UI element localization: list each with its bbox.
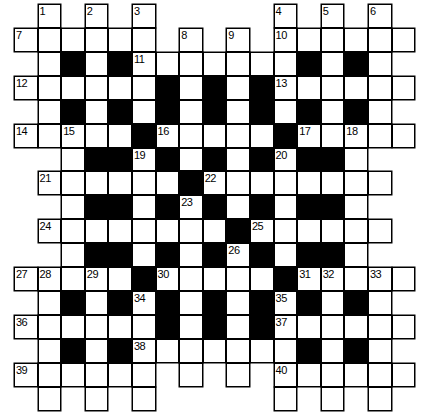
outside-area xyxy=(392,4,416,28)
letter-square-r4c7[interactable] xyxy=(179,100,203,124)
letter-square-r16c5[interactable] xyxy=(132,387,156,411)
black-square-r4c10 xyxy=(250,100,274,124)
letter-square-r12c9[interactable] xyxy=(226,291,250,315)
outside-area xyxy=(179,387,203,411)
clue-number-16: 16 xyxy=(158,125,169,138)
letter-square-r2c13[interactable] xyxy=(321,52,345,76)
letter-square-r15c1[interactable] xyxy=(38,363,62,387)
letter-square-r13c3[interactable] xyxy=(85,315,109,339)
clue-number-14: 14 xyxy=(16,125,27,138)
letter-square-r3c15[interactable] xyxy=(368,76,392,100)
letter-square-r2c6[interactable] xyxy=(156,52,180,76)
outside-area xyxy=(156,387,180,411)
black-square-r2c4 xyxy=(108,52,132,76)
black-square-r6c4 xyxy=(108,148,132,172)
letter-square-r9c1[interactable]: 24 xyxy=(38,219,62,243)
letter-square-r4c3[interactable] xyxy=(85,100,109,124)
letter-square-r9c8[interactable] xyxy=(203,219,227,243)
letter-square-r3c1[interactable] xyxy=(38,76,62,100)
letter-square-r4c5[interactable] xyxy=(132,100,156,124)
letter-square-r14c9[interactable] xyxy=(226,339,250,363)
clue-number-8: 8 xyxy=(181,29,187,42)
letter-square-r13c16[interactable] xyxy=(392,315,416,339)
letter-square-r1c13[interactable] xyxy=(321,28,345,52)
outside-area xyxy=(61,4,85,28)
letter-square-r7c15[interactable] xyxy=(368,171,392,195)
black-square-r12c2 xyxy=(61,291,85,315)
letter-square-r16c3[interactable] xyxy=(85,387,109,411)
outside-area xyxy=(38,243,62,267)
letter-square-r9c4[interactable] xyxy=(108,219,132,243)
clue-number-40: 40 xyxy=(276,364,287,377)
outside-area xyxy=(156,4,180,28)
letter-square-r5c4[interactable] xyxy=(108,124,132,148)
letter-square-r2c8[interactable] xyxy=(203,52,227,76)
letter-square-r12c15[interactable] xyxy=(368,291,392,315)
outside-area xyxy=(250,363,274,387)
outside-area xyxy=(14,243,38,267)
letter-square-r10c14[interactable] xyxy=(344,243,368,267)
outside-area xyxy=(14,219,38,243)
letter-square-r2c11[interactable] xyxy=(274,52,298,76)
clue-number-3: 3 xyxy=(134,5,140,18)
letter-square-r9c11[interactable] xyxy=(274,219,298,243)
black-square-r12c10 xyxy=(250,291,274,315)
clue-number-25: 25 xyxy=(252,220,263,233)
outside-area xyxy=(226,387,250,411)
letter-square-r7c5[interactable] xyxy=(132,171,156,195)
letter-square-r5c7[interactable] xyxy=(179,124,203,148)
letter-square-r13c5[interactable] xyxy=(132,315,156,339)
letter-square-r1c2[interactable] xyxy=(61,28,85,52)
letter-square-r14c6[interactable] xyxy=(156,339,180,363)
letter-square-r4c13[interactable] xyxy=(321,100,345,124)
letter-square-r0c1[interactable]: 1 xyxy=(38,4,62,28)
letter-square-r4c11[interactable] xyxy=(274,100,298,124)
black-square-r6c10 xyxy=(250,148,274,172)
clue-number-39: 39 xyxy=(16,364,27,377)
letter-square-r11c0[interactable]: 27 xyxy=(14,267,38,291)
letter-square-r15c12[interactable] xyxy=(297,363,321,387)
letter-square-r6c5[interactable]: 19 xyxy=(132,148,156,172)
letter-square-r13c12[interactable] xyxy=(297,315,321,339)
clue-number-37: 37 xyxy=(276,316,287,329)
letter-square-r15c3[interactable] xyxy=(85,363,109,387)
letter-square-r10c2[interactable] xyxy=(61,243,85,267)
letter-square-r8c7[interactable]: 23 xyxy=(179,195,203,219)
letter-square-r15c5[interactable] xyxy=(132,363,156,387)
letter-square-r5c16[interactable] xyxy=(392,124,416,148)
clue-number-4: 4 xyxy=(276,5,282,18)
letter-square-r13c2[interactable] xyxy=(61,315,85,339)
letter-square-r1c9[interactable]: 9 xyxy=(226,28,250,52)
letter-square-r0c15[interactable]: 6 xyxy=(368,4,392,28)
letter-square-r12c11[interactable]: 35 xyxy=(274,291,298,315)
black-square-r10c12 xyxy=(297,243,321,267)
letter-square-r1c0[interactable]: 7 xyxy=(14,28,38,52)
letter-square-r11c2[interactable] xyxy=(61,267,85,291)
letter-square-r1c15[interactable] xyxy=(368,28,392,52)
letter-square-r9c14[interactable] xyxy=(344,219,368,243)
letter-square-r15c13[interactable] xyxy=(321,363,345,387)
black-square-r13c8 xyxy=(203,315,227,339)
letter-square-r16c15[interactable] xyxy=(368,387,392,411)
outside-area xyxy=(203,387,227,411)
black-square-r4c12 xyxy=(297,100,321,124)
letter-square-r10c7[interactable] xyxy=(179,243,203,267)
letter-square-r7c14[interactable] xyxy=(344,171,368,195)
clue-number-21: 21 xyxy=(40,172,51,185)
letter-square-r9c10[interactable]: 25 xyxy=(250,219,274,243)
clue-number-24: 24 xyxy=(40,220,51,233)
outside-area xyxy=(226,4,250,28)
letter-square-r15c16[interactable] xyxy=(392,363,416,387)
black-square-r3c6 xyxy=(156,76,180,100)
letter-square-r13c7[interactable] xyxy=(179,315,203,339)
black-square-r11c5 xyxy=(132,267,156,291)
letter-square-r11c10[interactable] xyxy=(250,267,274,291)
letter-square-r4c1[interactable] xyxy=(38,100,62,124)
clue-number-15: 15 xyxy=(63,125,74,138)
letter-square-r11c15[interactable]: 33 xyxy=(368,267,392,291)
letter-square-r12c13[interactable] xyxy=(321,291,345,315)
letter-square-r5c10[interactable] xyxy=(250,124,274,148)
letter-square-r14c7[interactable] xyxy=(179,339,203,363)
letter-square-r8c2[interactable] xyxy=(61,195,85,219)
black-square-r8c4 xyxy=(108,195,132,219)
letter-square-r14c10[interactable] xyxy=(250,339,274,363)
letter-square-r15c15[interactable] xyxy=(368,363,392,387)
letter-square-r11c12[interactable]: 31 xyxy=(297,267,321,291)
letter-square-r0c5[interactable]: 3 xyxy=(132,4,156,28)
outside-area xyxy=(14,291,38,315)
clue-number-29: 29 xyxy=(87,268,98,281)
black-square-r7c7 xyxy=(179,171,203,195)
letter-square-r16c13[interactable] xyxy=(321,387,345,411)
black-square-r12c8 xyxy=(203,291,227,315)
letter-square-r0c11[interactable]: 4 xyxy=(274,4,298,28)
letter-square-r0c3[interactable]: 2 xyxy=(85,4,109,28)
letter-square-r15c14[interactable] xyxy=(344,363,368,387)
outside-area xyxy=(108,387,132,411)
letter-square-r9c7[interactable] xyxy=(179,219,203,243)
letter-square-r16c1[interactable] xyxy=(38,387,62,411)
letter-square-r0c13[interactable]: 5 xyxy=(321,4,345,28)
black-square-r5c11 xyxy=(274,124,298,148)
black-square-r12c12 xyxy=(297,291,321,315)
letter-square-r15c2[interactable] xyxy=(61,363,85,387)
letter-square-r13c9[interactable] xyxy=(226,315,250,339)
letter-square-r14c8[interactable] xyxy=(203,339,227,363)
letter-square-r1c14[interactable] xyxy=(344,28,368,52)
letter-square-r6c9[interactable] xyxy=(226,148,250,172)
outside-area xyxy=(392,148,416,172)
outside-area xyxy=(392,52,416,76)
outside-area xyxy=(14,195,38,219)
black-square-r5c5 xyxy=(132,124,156,148)
letter-square-r5c14[interactable]: 18 xyxy=(344,124,368,148)
clue-number-2: 2 xyxy=(87,5,93,18)
clue-number-34: 34 xyxy=(134,292,145,305)
letter-square-r2c9[interactable] xyxy=(226,52,250,76)
outside-area xyxy=(250,28,274,52)
clue-number-36: 36 xyxy=(16,316,27,329)
letter-square-r14c1[interactable] xyxy=(38,339,62,363)
outside-area xyxy=(392,339,416,363)
clue-number-12: 12 xyxy=(16,77,27,90)
letter-square-r11c3[interactable]: 29 xyxy=(85,267,109,291)
black-square-r8c13 xyxy=(321,195,345,219)
letter-square-r5c3[interactable] xyxy=(85,124,109,148)
letter-square-r14c15[interactable] xyxy=(368,339,392,363)
outside-area xyxy=(14,148,38,172)
letter-square-r9c15[interactable] xyxy=(368,219,392,243)
outside-area xyxy=(344,4,368,28)
clue-number-9: 9 xyxy=(228,29,234,42)
clue-number-26: 26 xyxy=(228,244,239,257)
letter-square-r5c9[interactable] xyxy=(226,124,250,148)
letter-square-r3c3[interactable] xyxy=(85,76,109,100)
letter-square-r7c1[interactable]: 21 xyxy=(38,171,62,195)
letter-square-r12c1[interactable] xyxy=(38,291,62,315)
letter-square-r7c11[interactable] xyxy=(274,171,298,195)
black-square-r8c10 xyxy=(250,195,274,219)
letter-square-r1c11[interactable]: 10 xyxy=(274,28,298,52)
letter-square-r5c6[interactable]: 16 xyxy=(156,124,180,148)
letter-square-r6c2[interactable] xyxy=(61,148,85,172)
clue-number-22: 22 xyxy=(205,172,216,185)
letter-square-r13c1[interactable] xyxy=(38,315,62,339)
black-square-r4c2 xyxy=(61,100,85,124)
letter-square-r4c9[interactable] xyxy=(226,100,250,124)
letter-square-r13c0[interactable]: 36 xyxy=(14,315,38,339)
black-square-r8c6 xyxy=(156,195,180,219)
letter-square-r3c7[interactable] xyxy=(179,76,203,100)
letter-square-r7c9[interactable] xyxy=(226,171,250,195)
letter-square-r3c9[interactable] xyxy=(226,76,250,100)
letter-square-r12c7[interactable] xyxy=(179,291,203,315)
black-square-r6c12 xyxy=(297,148,321,172)
clue-number-17: 17 xyxy=(299,125,310,138)
outside-area xyxy=(297,4,321,28)
letter-square-r14c11[interactable] xyxy=(274,339,298,363)
outside-area xyxy=(392,219,416,243)
outside-area xyxy=(14,171,38,195)
clue-number-13: 13 xyxy=(276,77,287,90)
outside-area xyxy=(392,100,416,124)
clue-number-33: 33 xyxy=(370,268,381,281)
letter-square-r7c3[interactable] xyxy=(85,171,109,195)
letter-square-r10c9[interactable]: 26 xyxy=(226,243,250,267)
letter-square-r15c11[interactable]: 40 xyxy=(274,363,298,387)
letter-square-r11c14[interactable] xyxy=(344,267,368,291)
letter-square-r15c4[interactable] xyxy=(108,363,132,387)
black-square-r12c6 xyxy=(156,291,180,315)
clue-number-18: 18 xyxy=(346,125,357,138)
black-square-r10c4 xyxy=(108,243,132,267)
letter-square-r7c2[interactable] xyxy=(61,171,85,195)
clue-number-11: 11 xyxy=(134,53,144,66)
letter-square-r11c16[interactable] xyxy=(392,267,416,291)
clue-number-23: 23 xyxy=(181,196,192,209)
letter-square-r13c11[interactable]: 37 xyxy=(274,315,298,339)
letter-square-r5c15[interactable] xyxy=(368,124,392,148)
letter-square-r16c11[interactable] xyxy=(274,387,298,411)
black-square-r2c12 xyxy=(297,52,321,76)
letter-square-r11c1[interactable]: 28 xyxy=(38,267,62,291)
outside-area xyxy=(203,28,227,52)
letter-square-r5c13[interactable] xyxy=(321,124,345,148)
letter-square-r1c16[interactable] xyxy=(392,28,416,52)
clue-number-20: 20 xyxy=(276,149,287,162)
clue-number-10: 10 xyxy=(276,29,287,42)
outside-area xyxy=(14,52,38,76)
black-square-r4c14 xyxy=(344,100,368,124)
letter-square-r3c14[interactable] xyxy=(344,76,368,100)
letter-square-r13c13[interactable] xyxy=(321,315,345,339)
letter-square-r5c12[interactable]: 17 xyxy=(297,124,321,148)
letter-square-r2c15[interactable] xyxy=(368,52,392,76)
letter-square-r15c0[interactable]: 39 xyxy=(14,363,38,387)
letter-square-r13c15[interactable] xyxy=(368,315,392,339)
letter-square-r3c2[interactable] xyxy=(61,76,85,100)
letter-square-r13c14[interactable] xyxy=(344,315,368,339)
outside-area xyxy=(203,363,227,387)
letter-square-r9c3[interactable] xyxy=(85,219,109,243)
black-square-r2c2 xyxy=(61,52,85,76)
letter-square-r11c6[interactable]: 30 xyxy=(156,267,180,291)
letter-square-r6c14[interactable] xyxy=(344,148,368,172)
outside-area xyxy=(14,387,38,411)
letter-square-r3c13[interactable] xyxy=(321,76,345,100)
crossword-grid: 1234567891011121314151617181920212223242… xyxy=(14,4,415,411)
outside-area xyxy=(14,339,38,363)
letter-square-r3c12[interactable] xyxy=(297,76,321,100)
outside-area xyxy=(368,243,392,267)
letter-square-r1c1[interactable] xyxy=(38,28,62,52)
letter-square-r9c12[interactable] xyxy=(297,219,321,243)
letter-square-r5c0[interactable]: 14 xyxy=(14,124,38,148)
letter-square-r5c1[interactable] xyxy=(38,124,62,148)
outside-area xyxy=(156,28,180,52)
letter-square-r9c6[interactable] xyxy=(156,219,180,243)
letter-square-r3c11[interactable]: 13 xyxy=(274,76,298,100)
black-square-r9c9 xyxy=(226,219,250,243)
letter-square-r11c7[interactable] xyxy=(179,267,203,291)
outside-area xyxy=(392,387,416,411)
letter-square-r8c14[interactable] xyxy=(344,195,368,219)
black-square-r14c14 xyxy=(344,339,368,363)
letter-square-r11c9[interactable] xyxy=(226,267,250,291)
outside-area xyxy=(392,243,416,267)
outside-area xyxy=(14,4,38,28)
letter-square-r14c3[interactable] xyxy=(85,339,109,363)
clue-number-19: 19 xyxy=(134,149,145,162)
letter-square-r3c4[interactable] xyxy=(108,76,132,100)
letter-square-r7c6[interactable] xyxy=(156,171,180,195)
clue-number-27: 27 xyxy=(16,268,27,281)
letter-square-r4c15[interactable] xyxy=(368,100,392,124)
letter-square-r2c10[interactable] xyxy=(250,52,274,76)
letter-square-r8c5[interactable] xyxy=(132,195,156,219)
black-square-r10c8 xyxy=(203,243,227,267)
letter-square-r7c4[interactable] xyxy=(108,171,132,195)
letter-square-r11c4[interactable] xyxy=(108,267,132,291)
clue-number-7: 7 xyxy=(16,29,22,42)
letter-square-r2c5[interactable]: 11 xyxy=(132,52,156,76)
letter-square-r12c3[interactable] xyxy=(85,291,109,315)
letter-square-r1c5[interactable] xyxy=(132,28,156,52)
letter-square-r1c12[interactable] xyxy=(297,28,321,52)
black-square-r12c4 xyxy=(108,291,132,315)
outside-area xyxy=(179,4,203,28)
letter-square-r1c4[interactable] xyxy=(108,28,132,52)
letter-square-r10c11[interactable] xyxy=(274,243,298,267)
letter-square-r8c11[interactable] xyxy=(274,195,298,219)
black-square-r2c14 xyxy=(344,52,368,76)
outside-area xyxy=(344,387,368,411)
letter-square-r12c5[interactable]: 34 xyxy=(132,291,156,315)
letter-square-r9c2[interactable] xyxy=(61,219,85,243)
black-square-r12c14 xyxy=(344,291,368,315)
outside-area xyxy=(14,100,38,124)
black-square-r10c3 xyxy=(85,243,109,267)
black-square-r14c12 xyxy=(297,339,321,363)
letter-square-r6c11[interactable]: 20 xyxy=(274,148,298,172)
letter-square-r2c3[interactable] xyxy=(85,52,109,76)
letter-square-r5c8[interactable] xyxy=(203,124,227,148)
black-square-r13c10 xyxy=(250,315,274,339)
letter-square-r3c0[interactable]: 12 xyxy=(14,76,38,100)
letter-square-r3c5[interactable] xyxy=(132,76,156,100)
letter-square-r14c5[interactable]: 38 xyxy=(132,339,156,363)
letter-square-r8c9[interactable] xyxy=(226,195,250,219)
letter-square-r10c5[interactable] xyxy=(132,243,156,267)
letter-square-r9c5[interactable] xyxy=(132,219,156,243)
outside-area xyxy=(108,4,132,28)
letter-square-r5c2[interactable]: 15 xyxy=(61,124,85,148)
clue-number-32: 32 xyxy=(323,268,334,281)
letter-square-r15c7[interactable] xyxy=(179,363,203,387)
black-square-r14c4 xyxy=(108,339,132,363)
letter-square-r2c1[interactable] xyxy=(38,52,62,76)
letter-square-r7c10[interactable] xyxy=(250,171,274,195)
black-square-r6c8 xyxy=(203,148,227,172)
letter-square-r1c7[interactable]: 8 xyxy=(179,28,203,52)
letter-square-r7c12[interactable] xyxy=(297,171,321,195)
letter-square-r14c13[interactable] xyxy=(321,339,345,363)
outside-area xyxy=(156,363,180,387)
letter-square-r13c4[interactable] xyxy=(108,315,132,339)
black-square-r10c6 xyxy=(156,243,180,267)
letter-square-r15c9[interactable] xyxy=(226,363,250,387)
letter-square-r11c8[interactable] xyxy=(203,267,227,291)
letter-square-r6c7[interactable] xyxy=(179,148,203,172)
clue-number-1: 1 xyxy=(40,5,46,18)
letter-square-r1c3[interactable] xyxy=(85,28,109,52)
black-square-r4c6 xyxy=(156,100,180,124)
black-square-r14c2 xyxy=(61,339,85,363)
letter-square-r11c13[interactable]: 32 xyxy=(321,267,345,291)
clue-number-6: 6 xyxy=(370,5,376,18)
black-square-r6c13 xyxy=(321,148,345,172)
outside-area xyxy=(392,291,416,315)
letter-square-r9c13[interactable] xyxy=(321,219,345,243)
letter-square-r3c16[interactable] xyxy=(392,76,416,100)
letter-square-r7c8[interactable]: 22 xyxy=(203,171,227,195)
letter-square-r7c13[interactable] xyxy=(321,171,345,195)
letter-square-r2c7[interactable] xyxy=(179,52,203,76)
